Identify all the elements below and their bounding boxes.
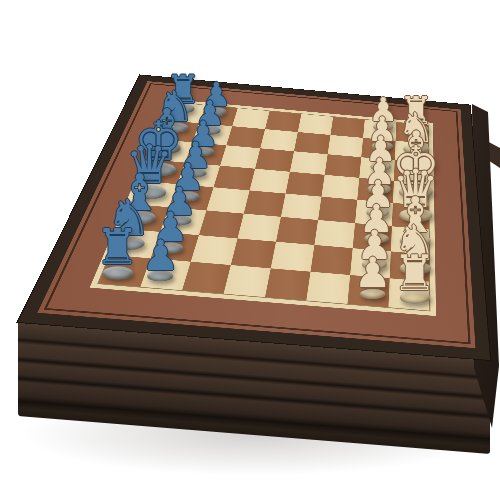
piece-white-pawn[interactable]: ♟ [354,254,391,299]
square-f5[interactable] [255,148,294,171]
square-a3[interactable] [306,272,350,304]
piece-black-rook[interactable]: ♜ [95,225,140,279]
square-c5[interactable] [238,214,281,242]
square-b4[interactable] [271,242,315,272]
square-c4[interactable] [276,217,318,245]
piece-black-pawn[interactable]: ♟ [142,236,180,281]
black-pawn-glyph: ♟ [142,236,180,275]
square-e3[interactable] [321,175,359,200]
square-g4[interactable] [294,132,330,154]
square-d4[interactable] [281,194,321,220]
square-e5[interactable] [250,169,290,194]
chess-set-photo: ♜♞♝♛♚♝♞♜♟♟♟♟♟♟♟♟♟♟♟♟♟♟♟♟♜♞♝♛♚♝♞♜ [0,0,500,500]
square-c6[interactable] [199,210,244,238]
white-rook-glyph: ♜ [393,251,437,296]
piece-white-rook[interactable]: ♜ [393,251,437,304]
square-c3[interactable] [314,220,355,248]
square-g3[interactable] [328,135,363,157]
square-h4[interactable] [298,114,333,135]
white-pawn-glyph: ♟ [354,254,391,292]
square-a5[interactable] [224,265,271,297]
square-b3[interactable] [311,245,353,275]
square-b5[interactable] [231,238,276,268]
square-g6[interactable] [226,126,265,148]
square-d5[interactable] [244,190,286,216]
square-e4[interactable] [286,172,325,197]
square-d3[interactable] [318,197,357,224]
square-f6[interactable] [220,145,260,168]
square-a4[interactable] [265,268,310,300]
square-h3[interactable] [330,117,364,138]
square-h5[interactable] [265,111,301,132]
square-d6[interactable] [206,187,249,213]
square-e6[interactable] [214,166,256,191]
square-f4[interactable] [290,151,328,175]
square-a6[interactable] [182,262,231,294]
square-f3[interactable] [325,154,362,178]
black-rook-glyph: ♜ [95,225,140,271]
square-h6[interactable] [232,108,269,129]
square-b6[interactable] [191,235,238,265]
square-g5[interactable] [260,129,298,151]
